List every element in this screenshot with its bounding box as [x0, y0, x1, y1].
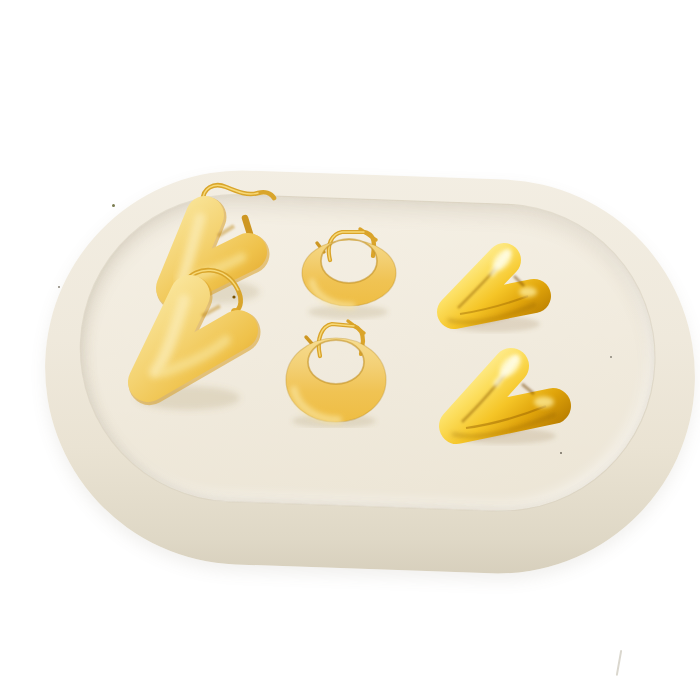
tray-crack	[616, 650, 622, 676]
tray-speck	[58, 286, 60, 288]
heart-stud-earring-bottom	[438, 344, 572, 446]
crescent-hoop-earring-bottom	[280, 314, 392, 428]
heart-stud-earring-top	[436, 240, 552, 334]
crescent-hoop-earring-top	[296, 224, 402, 320]
tray-speck	[112, 204, 115, 207]
product-photo-scene	[0, 0, 700, 700]
tray-speck	[610, 356, 612, 358]
tray-speck	[560, 452, 562, 454]
heart-hoop-earring-closed	[118, 264, 268, 416]
